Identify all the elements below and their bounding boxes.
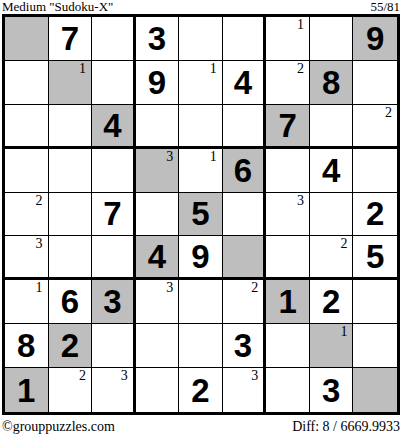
cell-r4c3[interactable]: [92, 149, 136, 193]
cell-r9c5[interactable]: 2: [179, 368, 223, 412]
pencil-mark: 1: [210, 149, 217, 164]
cell-value: 8: [17, 329, 35, 362]
cell-r3c7[interactable]: 7: [266, 105, 310, 149]
cell-value: 7: [61, 22, 79, 55]
cell-r6c7[interactable]: [266, 236, 310, 280]
pencil-mark: 2: [79, 368, 86, 383]
pencil-mark: 2: [251, 280, 258, 295]
pencil-mark: 1: [79, 61, 86, 76]
cell-r4c1[interactable]: [5, 149, 49, 193]
cell-r3c8[interactable]: [310, 105, 354, 149]
cell-r8c4[interactable]: [136, 324, 180, 368]
cell-r4c2[interactable]: [49, 149, 93, 193]
cell-r8c6[interactable]: 3: [223, 324, 267, 368]
cell-value: 3: [148, 22, 166, 55]
pencil-mark: 3: [297, 193, 304, 208]
pencil-mark: 1: [340, 324, 347, 339]
cell-r7c2[interactable]: 6: [49, 280, 93, 324]
cell-r5c9[interactable]: 2: [353, 193, 397, 237]
cell-value: 1: [278, 285, 296, 318]
cell-r8c8[interactable]: 1: [310, 324, 354, 368]
cell-value: 3: [103, 285, 121, 318]
cell-r3c3[interactable]: 4: [92, 105, 136, 149]
cell-r2c7[interactable]: 2: [266, 61, 310, 105]
copyright-text: ©grouppuzzles.com: [2, 419, 115, 434]
cell-r3c4[interactable]: [136, 105, 180, 149]
cell-r5c2[interactable]: [49, 193, 93, 237]
cell-r8c7[interactable]: [266, 324, 310, 368]
cell-r9c8[interactable]: 3: [310, 368, 354, 412]
cell-r6c5[interactable]: 9: [179, 236, 223, 280]
cell-r3c5[interactable]: [179, 105, 223, 149]
cell-r7c7[interactable]: 1: [266, 280, 310, 324]
sudoku-board: 7319191428472316427532349251633212823112…: [2, 14, 400, 415]
cell-r8c3[interactable]: [92, 324, 136, 368]
cell-r1c1[interactable]: [5, 17, 49, 61]
cell-value: 9: [366, 22, 384, 55]
cell-r3c1[interactable]: [5, 105, 49, 149]
cell-r1c2[interactable]: 7: [49, 17, 93, 61]
pencil-mark: 2: [36, 193, 43, 208]
cell-r6c8[interactable]: 2: [310, 236, 354, 280]
cell-r4c4[interactable]: 3: [136, 149, 180, 193]
cell-r1c5[interactable]: [179, 17, 223, 61]
progress-counter: 55/81: [370, 0, 400, 13]
cell-value: 6: [61, 285, 79, 318]
cell-r9c4[interactable]: [136, 368, 180, 412]
cell-r7c3[interactable]: 3: [92, 280, 136, 324]
cell-value: 3: [234, 329, 252, 362]
cell-r3c6[interactable]: [223, 105, 267, 149]
cell-r1c4[interactable]: 3: [136, 17, 180, 61]
cell-value: 2: [322, 285, 340, 318]
cell-value: 4: [322, 154, 340, 187]
footer: ©grouppuzzles.com Diff: 8 / 6669.9933: [0, 419, 402, 434]
cell-r7c1[interactable]: 1: [5, 280, 49, 324]
cell-r1c7[interactable]: 1: [266, 17, 310, 61]
cell-r9c2[interactable]: 2: [49, 368, 93, 412]
cell-value: 4: [234, 66, 252, 99]
pencil-mark: 3: [166, 280, 173, 295]
cell-value: 2: [61, 329, 79, 362]
cell-r6c3[interactable]: [92, 236, 136, 280]
cell-r4c9[interactable]: [353, 149, 397, 193]
puzzle-title: Medium "Sudoku-X": [2, 0, 113, 13]
cell-r7c9[interactable]: [353, 280, 397, 324]
cell-value: 2: [366, 197, 384, 230]
cell-r5c5[interactable]: 5: [179, 193, 223, 237]
cell-r2c5[interactable]: 1: [179, 61, 223, 105]
pencil-mark: 1: [210, 61, 217, 76]
cell-r6c6[interactable]: [223, 236, 267, 280]
pencil-mark: 1: [36, 280, 43, 295]
cell-r4c8[interactable]: 4: [310, 149, 354, 193]
cell-value: 2: [191, 374, 209, 407]
header: Medium "Sudoku-X" 55/81: [0, 0, 402, 14]
cell-r8c2[interactable]: 2: [49, 324, 93, 368]
cell-r6c2[interactable]: [49, 236, 93, 280]
pencil-mark: 2: [340, 236, 347, 251]
cell-r1c3[interactable]: [92, 17, 136, 61]
cell-r6c1[interactable]: 3: [5, 236, 49, 280]
cell-value: 4: [103, 109, 121, 142]
cell-r7c6[interactable]: 2: [223, 280, 267, 324]
cell-value: 1: [17, 374, 35, 407]
cell-r5c1[interactable]: 2: [5, 193, 49, 237]
cell-r5c6[interactable]: [223, 193, 267, 237]
cell-r1c9[interactable]: 9: [353, 17, 397, 61]
cell-r8c9[interactable]: [353, 324, 397, 368]
cell-r5c3[interactable]: 7: [92, 193, 136, 237]
cell-value: 9: [191, 240, 209, 273]
cell-r9c3[interactable]: 3: [92, 368, 136, 412]
cell-r2c9[interactable]: [353, 61, 397, 105]
cell-value: 5: [366, 240, 384, 273]
cell-r9c7[interactable]: [266, 368, 310, 412]
cell-r8c5[interactable]: [179, 324, 223, 368]
cell-value: 7: [278, 109, 296, 142]
cell-value: 9: [148, 66, 166, 99]
cell-r9c1[interactable]: 1: [5, 368, 49, 412]
cell-r3c2[interactable]: [49, 105, 93, 149]
cell-r4c5[interactable]: 1: [179, 149, 223, 193]
cell-r6c4[interactable]: 4: [136, 236, 180, 280]
cell-r4c7[interactable]: [266, 149, 310, 193]
cell-r1c8[interactable]: [310, 17, 354, 61]
cell-r2c4[interactable]: 9: [136, 61, 180, 105]
cell-r5c4[interactable]: [136, 193, 180, 237]
cell-value: 8: [322, 66, 340, 99]
cell-value: 4: [148, 240, 166, 273]
cell-r2c2[interactable]: 1: [49, 61, 93, 105]
cell-r2c6[interactable]: 4: [223, 61, 267, 105]
pencil-mark: 1: [297, 17, 304, 32]
cell-r1c6[interactable]: [223, 17, 267, 61]
difficulty-text: Diff: 8 / 6669.9933: [292, 419, 400, 434]
cell-value: 3: [322, 374, 340, 407]
cell-r6c9[interactable]: 5: [353, 236, 397, 280]
cell-value: 5: [191, 197, 209, 230]
cell-r5c8[interactable]: [310, 193, 354, 237]
cell-r8c1[interactable]: 8: [5, 324, 49, 368]
cell-value: 7: [103, 197, 121, 230]
cell-r5c7[interactable]: 3: [266, 193, 310, 237]
cell-r4c6[interactable]: 6: [223, 149, 267, 193]
pencil-mark: 2: [385, 105, 392, 120]
pencil-mark: 2: [297, 61, 304, 76]
cell-r9c9[interactable]: [353, 368, 397, 412]
pencil-mark: 3: [251, 368, 258, 383]
cell-r2c8[interactable]: 8: [310, 61, 354, 105]
pencil-mark: 3: [166, 149, 173, 164]
cell-r7c4[interactable]: 3: [136, 280, 180, 324]
cell-r7c5[interactable]: [179, 280, 223, 324]
cell-r9c6[interactable]: 3: [223, 368, 267, 412]
cell-r2c3[interactable]: [92, 61, 136, 105]
cell-value: 6: [234, 154, 252, 187]
cell-r3c9[interactable]: 2: [353, 105, 397, 149]
cell-r2c1[interactable]: [5, 61, 49, 105]
pencil-mark: 3: [36, 236, 43, 251]
pencil-mark: 3: [121, 368, 128, 383]
cell-r7c8[interactable]: 2: [310, 280, 354, 324]
